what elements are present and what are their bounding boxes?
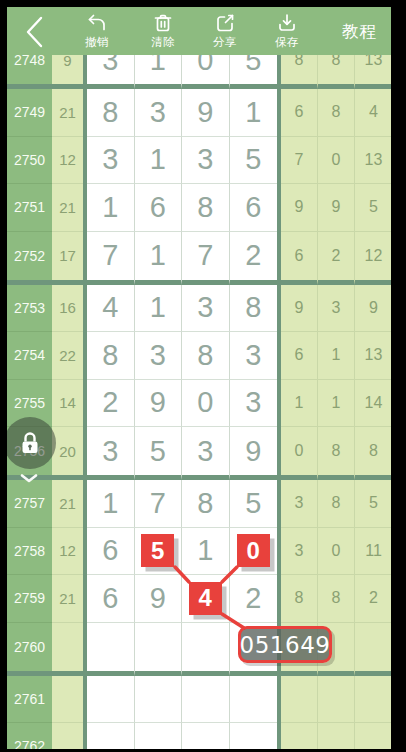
table-row: 2762 xyxy=(7,723,391,749)
digit-cell[interactable] xyxy=(135,723,183,749)
toolbar: 撤销 清除 分享 保存 xyxy=(7,7,391,55)
digit-cell[interactable]: 2 xyxy=(230,232,278,285)
back-icon[interactable] xyxy=(23,15,47,49)
period-cell: 2760 xyxy=(7,623,52,676)
digit-cell[interactable]: 2 xyxy=(87,380,135,428)
digit-cell[interactable]: 5 xyxy=(135,427,183,480)
stat-cell: 3 xyxy=(281,480,318,528)
stat-cell: 0 xyxy=(281,427,318,480)
period-cell: 2761 xyxy=(7,676,52,724)
period-cell: 2750 xyxy=(7,137,52,185)
undo-button[interactable]: 撤销 xyxy=(68,12,126,50)
save-button[interactable]: 保存 xyxy=(258,12,316,50)
period-cell: 2759 xyxy=(7,575,52,623)
digit-cell[interactable] xyxy=(182,723,230,749)
digit-cell[interactable]: 1 xyxy=(87,480,135,528)
app-screenshot: { "game": "lottery-number-trend-chart", … xyxy=(0,0,406,752)
digit-cell[interactable] xyxy=(87,723,135,749)
digit-cell[interactable]: 3 xyxy=(230,332,278,380)
stat-cell: 8 xyxy=(318,427,355,480)
save-label: 保存 xyxy=(258,35,316,50)
stat-cell: 7 xyxy=(281,137,318,185)
digit-cell[interactable] xyxy=(135,623,183,676)
digit-cell[interactable]: 9 xyxy=(182,89,230,137)
stat-cell: 11 xyxy=(355,528,391,576)
digit-cell[interactable]: 1 xyxy=(182,528,230,576)
digit-cell[interactable]: 5 xyxy=(135,528,183,576)
stat-cell: 5 xyxy=(355,480,391,528)
save-icon xyxy=(276,12,298,34)
table-row: 2761 xyxy=(7,676,391,724)
stat-cell: 8 xyxy=(318,575,355,623)
table-row: 27501231357013 xyxy=(7,137,391,185)
digit-cell[interactable]: 8 xyxy=(87,332,135,380)
digit-cell[interactable]: 3 xyxy=(182,137,230,185)
digit-cell[interactable]: 3 xyxy=(135,332,183,380)
table-row: 2760 xyxy=(7,623,391,676)
stat-cell: 8 xyxy=(355,427,391,480)
period-cell: 2751 xyxy=(7,184,52,232)
table-row: 27521771726212 xyxy=(7,232,391,285)
table-row: 2751211686995 xyxy=(7,184,391,232)
period-cell: 2749 xyxy=(7,89,52,137)
stat-cell: 13 xyxy=(355,332,391,380)
digit-cell[interactable]: 6 xyxy=(135,184,183,232)
digit-cell[interactable] xyxy=(135,676,183,724)
sum-cell xyxy=(52,723,83,749)
digit-cell[interactable]: 7 xyxy=(182,232,230,285)
sum-cell: 21 xyxy=(52,89,83,137)
stat-cell: 1 xyxy=(318,380,355,428)
period-cell: 2754 xyxy=(7,332,52,380)
highlighted-digit[interactable]: 4 xyxy=(189,582,222,615)
stat-cell: 14 xyxy=(355,380,391,428)
period-cell: 2753 xyxy=(7,285,52,333)
clear-button[interactable]: 清除 xyxy=(134,12,192,50)
lock-icon xyxy=(16,429,44,457)
stat-cell: 12 xyxy=(355,232,391,285)
tutorial-button[interactable]: 教程 xyxy=(342,7,377,55)
share-label: 分享 xyxy=(196,35,254,50)
highlighted-digit[interactable]: 0 xyxy=(237,534,270,567)
digit-cell[interactable]: 5 xyxy=(230,137,278,185)
sum-cell: 21 xyxy=(52,480,83,528)
digit-cell[interactable] xyxy=(230,676,278,724)
trash-icon xyxy=(152,12,174,34)
stat-cell xyxy=(281,723,318,749)
table-row: 27542283836113 xyxy=(7,332,391,380)
sum-cell xyxy=(52,623,83,676)
period-cell: 2757 xyxy=(7,480,52,528)
digit-cell[interactable]: 1 xyxy=(135,285,183,333)
undo-label: 撤销 xyxy=(68,35,126,50)
stat-cell: 8 xyxy=(281,575,318,623)
digit-cell[interactable]: 3 xyxy=(87,137,135,185)
sum-cell: 21 xyxy=(52,575,83,623)
stat-cell xyxy=(355,623,391,676)
digit-cell[interactable]: 3 xyxy=(135,89,183,137)
digit-cell[interactable]: 9 xyxy=(135,575,183,623)
digit-cell[interactable]: 1 xyxy=(135,137,183,185)
stat-cell xyxy=(281,676,318,724)
digit-cell[interactable] xyxy=(87,676,135,724)
stat-cell: 4 xyxy=(355,89,391,137)
highlighted-digit[interactable]: 5 xyxy=(141,534,174,567)
digit-cell[interactable]: 6 xyxy=(87,575,135,623)
stat-cell: 8 xyxy=(318,480,355,528)
stat-cell: 13 xyxy=(355,137,391,185)
digit-cell[interactable] xyxy=(87,623,135,676)
digit-cell[interactable]: 5 xyxy=(230,480,278,528)
table-row: 2749218391684 xyxy=(7,89,391,137)
table-row: 27581265103011 xyxy=(7,528,391,576)
stat-cell: 8 xyxy=(318,89,355,137)
stat-cell: 9 xyxy=(281,285,318,333)
collapse-chevron-icon[interactable] xyxy=(19,474,39,483)
table-row: 2757211785385 xyxy=(7,480,391,528)
digit-cell[interactable]: 1 xyxy=(230,89,278,137)
digit-cell[interactable]: 0 xyxy=(182,380,230,428)
sum-cell: 16 xyxy=(52,285,83,333)
digit-cell[interactable] xyxy=(182,623,230,676)
digit-cell[interactable]: 3 xyxy=(87,427,135,480)
table-row: 27551429031114 xyxy=(7,380,391,428)
undo-icon xyxy=(86,12,108,34)
sum-cell: 17 xyxy=(52,232,83,285)
digit-cell[interactable]: 2 xyxy=(230,575,278,623)
period-cell: 2758 xyxy=(7,528,52,576)
share-button[interactable]: 分享 xyxy=(196,12,254,50)
stat-cell: 9 xyxy=(355,285,391,333)
digit-cell[interactable]: 0 xyxy=(230,528,278,576)
stat-cell xyxy=(318,676,355,724)
clear-label: 清除 xyxy=(134,35,192,50)
stat-cell: 9 xyxy=(281,184,318,232)
stat-cell: 2 xyxy=(318,232,355,285)
digit-cell[interactable]: 6 xyxy=(230,184,278,232)
sum-cell: 14 xyxy=(52,380,83,428)
digit-cell[interactable]: 8 xyxy=(182,332,230,380)
digit-cell[interactable]: 3 xyxy=(182,427,230,480)
sum-cell: 12 xyxy=(52,137,83,185)
stat-cell: 3 xyxy=(281,528,318,576)
stat-cell: 3 xyxy=(318,285,355,333)
stat-cell: 6 xyxy=(281,332,318,380)
period-cell: 2762 xyxy=(7,723,52,749)
digit-cell[interactable] xyxy=(230,723,278,749)
stat-cell: 6 xyxy=(281,89,318,137)
trend-table[interactable]: 2748931058813274921839168427501231357013… xyxy=(7,36,391,749)
digit-cell[interactable]: 8 xyxy=(230,285,278,333)
digit-cell[interactable]: 8 xyxy=(182,480,230,528)
digit-cell[interactable] xyxy=(182,676,230,724)
sum-cell: 22 xyxy=(52,332,83,380)
stat-cell xyxy=(355,723,391,749)
stat-cell xyxy=(355,676,391,724)
stat-cell: 0 xyxy=(318,528,355,576)
digit-cell[interactable]: 1 xyxy=(87,184,135,232)
stat-cell xyxy=(318,723,355,749)
digit-cell[interactable]: 8 xyxy=(87,89,135,137)
digit-cell[interactable]: 3 xyxy=(230,380,278,428)
result-annotation-box[interactable]: 051649 xyxy=(238,626,332,663)
table-row: 2753164138939 xyxy=(7,285,391,333)
digit-cell[interactable]: 4 xyxy=(182,575,230,623)
share-icon xyxy=(214,12,236,34)
digit-cell[interactable]: 3 xyxy=(182,285,230,333)
table-row: 2756203539088 xyxy=(7,427,391,480)
stat-cell: 1 xyxy=(318,332,355,380)
period-cell: 2752 xyxy=(7,232,52,285)
sum-cell xyxy=(52,676,83,724)
stat-cell: 6 xyxy=(281,232,318,285)
digit-cell[interactable]: 7 xyxy=(87,232,135,285)
digit-cell[interactable]: 9 xyxy=(230,427,278,480)
digit-cell[interactable]: 8 xyxy=(182,184,230,232)
digit-cell[interactable]: 4 xyxy=(87,285,135,333)
stat-cell: 1 xyxy=(281,380,318,428)
app-screen: 2748931058813274921839168427501231357013… xyxy=(7,7,391,749)
stat-cell: 5 xyxy=(355,184,391,232)
table-row: 2759216942882 xyxy=(7,575,391,623)
stat-cell: 2 xyxy=(355,575,391,623)
digit-cell[interactable]: 1 xyxy=(135,232,183,285)
stat-cell: 9 xyxy=(318,184,355,232)
sum-cell: 21 xyxy=(52,184,83,232)
sum-cell: 20 xyxy=(52,427,83,480)
stat-cell: 0 xyxy=(318,137,355,185)
digit-cell[interactable]: 7 xyxy=(135,480,183,528)
digit-cell[interactable]: 6 xyxy=(87,528,135,576)
sum-cell: 12 xyxy=(52,528,83,576)
digit-cell[interactable]: 9 xyxy=(135,380,183,428)
